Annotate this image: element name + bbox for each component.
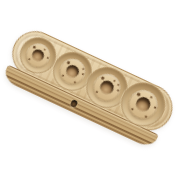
recess-plateau	[56, 55, 90, 89]
screw-hole	[74, 81, 76, 83]
screw-hole	[137, 92, 141, 96]
center-hole	[64, 63, 81, 80]
screw-hole	[33, 45, 36, 48]
screw-hole	[145, 115, 147, 117]
pinhole	[82, 68, 84, 70]
screw-hole	[131, 108, 134, 111]
screw-hole	[62, 74, 65, 77]
recess-plateau	[22, 40, 53, 71]
screw-hole	[28, 58, 30, 60]
screw-hole	[154, 106, 157, 109]
screw-hole	[67, 61, 70, 64]
pinhole	[117, 84, 119, 86]
center-hole	[98, 79, 116, 97]
pinhole	[113, 79, 115, 81]
screw-hole	[117, 89, 120, 92]
center-hole	[134, 95, 153, 114]
screw-hole	[82, 73, 85, 76]
wood-frame	[0, 24, 180, 153]
screw-hole	[101, 76, 104, 79]
recess-plateau	[89, 70, 125, 106]
screw-hole	[95, 91, 98, 94]
screw-hole	[47, 57, 49, 59]
product-photo	[0, 0, 180, 180]
pinhole	[150, 96, 152, 98]
pinhole	[44, 48, 46, 50]
recess-plateau	[124, 85, 162, 123]
